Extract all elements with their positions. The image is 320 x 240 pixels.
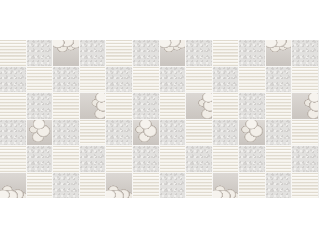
tile-speckled	[53, 173, 79, 199]
tile-pebble	[239, 120, 265, 146]
tile-speckled	[0, 67, 26, 93]
tile-speckled	[239, 93, 265, 119]
tile-wavy	[186, 120, 212, 146]
tile-wavy	[0, 40, 26, 66]
tile-pebble	[266, 40, 292, 66]
tile-speckled	[266, 67, 292, 93]
tile-wavy	[53, 93, 79, 119]
tile-speckled	[160, 67, 186, 93]
tile-wavy	[80, 173, 106, 199]
tile-pebble	[213, 173, 239, 199]
tile-wavy	[239, 67, 265, 93]
tile-speckled	[292, 146, 318, 172]
tile-speckled	[239, 40, 265, 66]
tile-speckled	[106, 67, 132, 93]
tile-speckled	[80, 40, 106, 66]
tile-speckled	[266, 120, 292, 146]
tile-speckled	[160, 120, 186, 146]
tile-pebble	[292, 93, 318, 119]
tile-wavy	[266, 146, 292, 172]
tile-pebble	[133, 120, 159, 146]
tile-wavy	[133, 173, 159, 199]
tile-speckled	[53, 120, 79, 146]
tile-wavy	[213, 93, 239, 119]
tile-wavy	[0, 93, 26, 119]
tile-pebble	[186, 93, 212, 119]
tile-wavy	[213, 40, 239, 66]
tile-speckled	[133, 93, 159, 119]
tile-wavy	[106, 93, 132, 119]
tile-wavy	[292, 173, 318, 199]
tile-speckled	[213, 120, 239, 146]
tile-wavy	[213, 146, 239, 172]
tile-wavy	[186, 67, 212, 93]
tile-pebble	[80, 93, 106, 119]
tile-wavy	[27, 173, 53, 199]
tile-pebble	[160, 40, 186, 66]
tile-pebble	[27, 120, 53, 146]
tile-speckled	[27, 40, 53, 66]
tile-wavy	[0, 146, 26, 172]
tile-wavy	[53, 146, 79, 172]
tile-speckled	[27, 93, 53, 119]
tile-wavy	[80, 120, 106, 146]
tile-mosaic-panel	[0, 40, 319, 198]
tile-pebble	[53, 40, 79, 66]
tile-speckled	[0, 120, 26, 146]
tile-wavy	[106, 146, 132, 172]
tile-speckled	[133, 40, 159, 66]
tile-pebble	[106, 173, 132, 199]
tile-wavy	[160, 93, 186, 119]
tile-speckled	[80, 146, 106, 172]
tile-speckled	[133, 146, 159, 172]
tile-speckled	[106, 120, 132, 146]
tile-wavy	[27, 67, 53, 93]
tile-wavy	[292, 120, 318, 146]
product-photo-canvas	[0, 0, 320, 240]
tile-speckled	[239, 146, 265, 172]
tile-speckled	[213, 67, 239, 93]
tile-pebble	[0, 173, 26, 199]
tile-wavy	[133, 67, 159, 93]
tile-wavy	[266, 93, 292, 119]
tile-speckled	[266, 173, 292, 199]
tile-speckled	[53, 67, 79, 93]
tile-speckled	[27, 146, 53, 172]
tile-wavy	[80, 67, 106, 93]
tile-wavy	[160, 146, 186, 172]
tile-wavy	[239, 173, 265, 199]
tile-speckled	[160, 173, 186, 199]
tile-speckled	[186, 40, 212, 66]
tile-wavy	[292, 67, 318, 93]
tile-speckled	[292, 40, 318, 66]
tile-wavy	[186, 173, 212, 199]
tile-speckled	[186, 146, 212, 172]
tile-wavy	[106, 40, 132, 66]
